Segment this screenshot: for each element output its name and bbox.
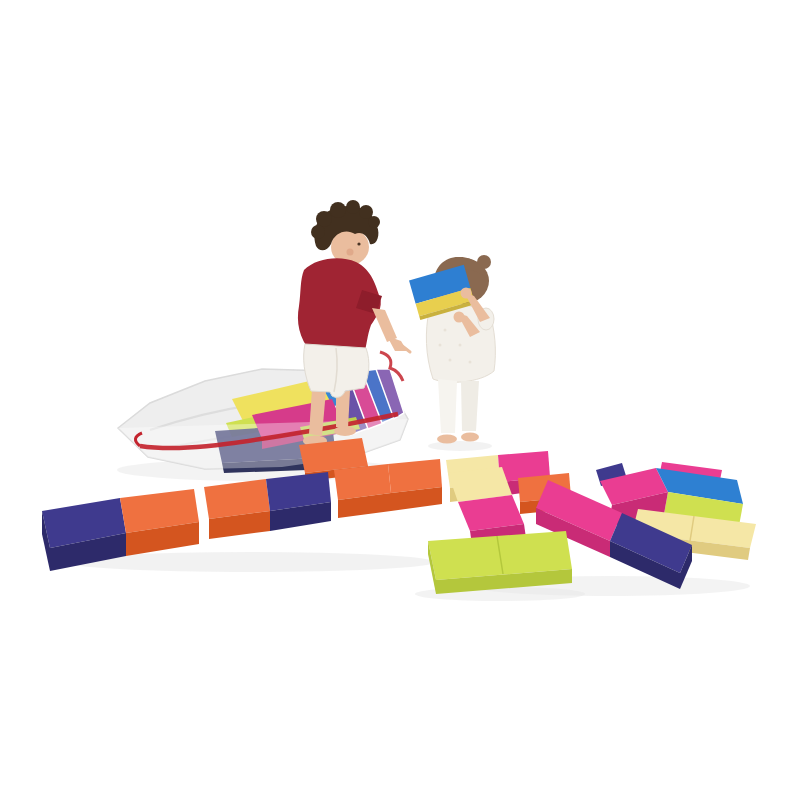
dress-dot: [469, 361, 472, 364]
girl-right-legging: [461, 381, 479, 431]
boy-hair-curl: [311, 225, 325, 239]
scene-canvas: [0, 0, 800, 800]
product-photo-scene: [0, 0, 800, 800]
dress-dot: [449, 359, 452, 362]
dress-dot: [439, 344, 442, 347]
girl-left-foot: [437, 435, 457, 444]
boy-hair-curl: [346, 200, 360, 214]
girl-shadow: [428, 441, 492, 451]
boy-hair-curl: [330, 202, 346, 218]
boy-right-foot: [334, 426, 356, 436]
girl-left-legging: [438, 379, 457, 433]
boy-ear: [347, 249, 354, 256]
boy-hair-curl: [368, 216, 380, 228]
girl-right-hand: [461, 288, 472, 299]
domino-cluster: [428, 462, 756, 594]
boy-hair-curl: [316, 211, 332, 227]
boy-eye: [357, 242, 360, 245]
boy-right-forearm: [372, 308, 397, 342]
dress-dot: [444, 329, 447, 332]
girl-right-foot: [461, 433, 479, 442]
domino3-orange-top-b: [388, 459, 442, 493]
girl-figure: [409, 255, 495, 444]
dress-dot: [459, 344, 462, 347]
girl-left-hand: [454, 312, 465, 323]
